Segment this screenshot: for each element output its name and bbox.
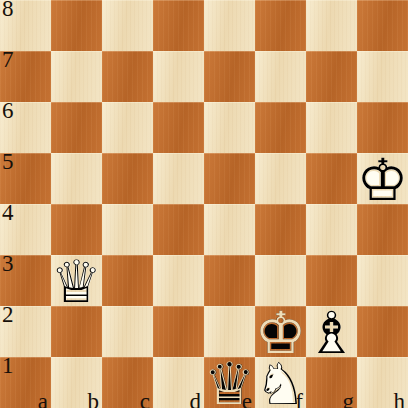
white-knight-fill-glyph: ♞ — [255, 358, 306, 408]
square-b1[interactable]: b — [51, 357, 102, 408]
file-label: b — [88, 390, 100, 408]
square-a7[interactable]: 7 — [0, 51, 51, 102]
square-g1[interactable]: g — [306, 357, 357, 408]
square-f4[interactable] — [255, 204, 306, 255]
black-queen-fill-glyph: ♛ — [204, 358, 255, 408]
square-h4[interactable] — [357, 204, 408, 255]
file-label: h — [394, 390, 406, 408]
rank-label: 6 — [2, 98, 14, 123]
square-d3[interactable] — [153, 255, 204, 306]
square-f8[interactable] — [255, 0, 306, 51]
rank-label: 3 — [2, 251, 14, 276]
square-b8[interactable] — [51, 0, 102, 51]
square-g6[interactable] — [306, 102, 357, 153]
square-e4[interactable] — [204, 204, 255, 255]
square-a8[interactable]: 8 — [0, 0, 51, 51]
square-c3[interactable] — [102, 255, 153, 306]
square-d1[interactable]: d — [153, 357, 204, 408]
white-king-fill-glyph: ♚ — [357, 154, 408, 205]
square-a1[interactable]: 1a — [0, 357, 51, 408]
white-queen-fill-glyph: ♛ — [51, 256, 102, 307]
square-c2[interactable] — [102, 306, 153, 357]
white-knight-outline-glyph: ♘ — [255, 358, 306, 408]
piece-black-queen[interactable]: ♛♕ — [204, 357, 255, 408]
square-a5[interactable]: 5 — [0, 153, 51, 204]
white-bishop-outline-glyph: ♗ — [306, 307, 357, 358]
square-g7[interactable] — [306, 51, 357, 102]
square-g8[interactable] — [306, 0, 357, 51]
piece-white-queen[interactable]: ♛♕ — [51, 255, 102, 306]
square-e1[interactable]: e♛♕ — [204, 357, 255, 408]
square-h3[interactable] — [357, 255, 408, 306]
square-d8[interactable] — [153, 0, 204, 51]
square-h2[interactable] — [357, 306, 408, 357]
square-a6[interactable]: 6 — [0, 102, 51, 153]
square-h7[interactable] — [357, 51, 408, 102]
square-b6[interactable] — [51, 102, 102, 153]
square-b2[interactable] — [51, 306, 102, 357]
square-d2[interactable] — [153, 306, 204, 357]
square-e3[interactable] — [204, 255, 255, 306]
square-h8[interactable] — [357, 0, 408, 51]
white-king-outline-glyph: ♔ — [357, 154, 408, 205]
square-f2[interactable]: ♚♔ — [255, 306, 306, 357]
square-h1[interactable]: h — [357, 357, 408, 408]
square-e5[interactable] — [204, 153, 255, 204]
square-g2[interactable]: ♝♗ — [306, 306, 357, 357]
square-f5[interactable] — [255, 153, 306, 204]
rank-label: 8 — [2, 0, 14, 21]
piece-white-knight[interactable]: ♞♘ — [255, 357, 306, 408]
square-a2[interactable]: 2 — [0, 306, 51, 357]
black-king-outline-glyph: ♔ — [255, 307, 306, 358]
piece-white-bishop[interactable]: ♝♗ — [306, 306, 357, 357]
square-c8[interactable] — [102, 0, 153, 51]
square-b7[interactable] — [51, 51, 102, 102]
rank-label: 2 — [2, 302, 14, 327]
square-h6[interactable] — [357, 102, 408, 153]
square-f6[interactable] — [255, 102, 306, 153]
square-d7[interactable] — [153, 51, 204, 102]
black-king-fill-glyph: ♚ — [255, 307, 306, 358]
piece-black-king[interactable]: ♚♔ — [255, 306, 306, 357]
square-g3[interactable] — [306, 255, 357, 306]
white-bishop-fill-glyph: ♝ — [306, 307, 357, 358]
square-b4[interactable] — [51, 204, 102, 255]
square-h5[interactable]: ♚♔ — [357, 153, 408, 204]
chess-board: 8765♚♔43♛♕2♚♔♝♗1abcde♛♕f♞♘gh — [0, 0, 408, 408]
square-b3[interactable]: ♛♕ — [51, 255, 102, 306]
piece-white-king[interactable]: ♚♔ — [357, 153, 408, 204]
square-c7[interactable] — [102, 51, 153, 102]
rank-label: 5 — [2, 149, 14, 174]
square-f3[interactable] — [255, 255, 306, 306]
file-label: g — [343, 390, 355, 408]
square-c6[interactable] — [102, 102, 153, 153]
black-queen-outline-glyph: ♕ — [204, 358, 255, 408]
square-e2[interactable] — [204, 306, 255, 357]
square-g5[interactable] — [306, 153, 357, 204]
file-label: c — [140, 390, 150, 408]
square-b5[interactable] — [51, 153, 102, 204]
square-f1[interactable]: f♞♘ — [255, 357, 306, 408]
square-e7[interactable] — [204, 51, 255, 102]
square-e8[interactable] — [204, 0, 255, 51]
rank-label: 7 — [2, 47, 14, 72]
rank-label: 4 — [2, 200, 14, 225]
square-c5[interactable] — [102, 153, 153, 204]
square-d6[interactable] — [153, 102, 204, 153]
square-f7[interactable] — [255, 51, 306, 102]
square-a3[interactable]: 3 — [0, 255, 51, 306]
square-a4[interactable]: 4 — [0, 204, 51, 255]
square-d5[interactable] — [153, 153, 204, 204]
square-c1[interactable]: c — [102, 357, 153, 408]
square-c4[interactable] — [102, 204, 153, 255]
white-queen-outline-glyph: ♕ — [51, 256, 102, 307]
square-e6[interactable] — [204, 102, 255, 153]
file-label: d — [190, 390, 202, 408]
square-d4[interactable] — [153, 204, 204, 255]
file-label: a — [38, 390, 48, 408]
square-g4[interactable] — [306, 204, 357, 255]
rank-label: 1 — [2, 353, 14, 378]
